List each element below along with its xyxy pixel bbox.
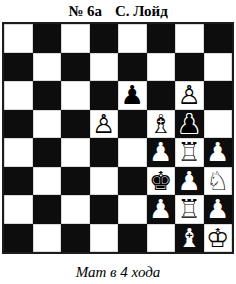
square-f3: ♚: [147, 167, 176, 196]
square-b3: [33, 167, 62, 196]
square-b6: [33, 81, 62, 110]
square-d3: [90, 167, 119, 196]
square-g2: ♖: [175, 195, 204, 224]
square-e7: [118, 53, 147, 82]
white-king: ♔: [206, 224, 229, 252]
white-pawn: ♙: [178, 81, 201, 109]
square-f8: [147, 24, 176, 53]
square-a2: [4, 195, 33, 224]
square-b8: [33, 24, 62, 53]
square-g8: [175, 24, 204, 53]
square-c2: [61, 195, 90, 224]
square-f5: ♗: [147, 110, 176, 139]
square-c5: [61, 110, 90, 139]
white-pawn: ♟: [206, 138, 229, 166]
white-pawn: ♟: [178, 167, 201, 195]
white-pawn: ♟: [206, 195, 229, 223]
square-h1: ♔: [204, 224, 233, 253]
square-g5: ♟: [175, 110, 204, 139]
square-f6: [147, 81, 176, 110]
square-h2: ♟: [204, 195, 233, 224]
square-c4: [61, 138, 90, 167]
board-frame: ♟♙♙♗♟♟♖♟♚♟♘♟♖♟♝♔: [2, 22, 234, 254]
square-e1: [118, 224, 147, 253]
square-a4: [4, 138, 33, 167]
diagram-header: № 6а С. Лойд: [0, 0, 236, 22]
square-b7: [33, 53, 62, 82]
white-knight: ♘: [206, 167, 229, 195]
square-d8: [90, 24, 119, 53]
white-pawn: ♟: [149, 138, 172, 166]
square-d7: [90, 53, 119, 82]
square-h6: [204, 81, 233, 110]
square-g3: ♟: [175, 167, 204, 196]
square-e5: [118, 110, 147, 139]
square-e2: [118, 195, 147, 224]
square-d2: [90, 195, 119, 224]
square-a3: [4, 167, 33, 196]
square-c6: [61, 81, 90, 110]
square-c3: [61, 167, 90, 196]
square-h5: [204, 110, 233, 139]
square-a6: [4, 81, 33, 110]
square-b1: [33, 224, 62, 253]
white-pawn: ♙: [92, 110, 115, 138]
square-h4: ♟: [204, 138, 233, 167]
square-f4: ♟: [147, 138, 176, 167]
stipulation-caption: Мат в 4 хода: [0, 260, 236, 284]
problem-number: № 6а: [68, 3, 102, 20]
square-h7: [204, 53, 233, 82]
square-e3: [118, 167, 147, 196]
square-c8: [61, 24, 90, 53]
white-rook: ♖: [178, 138, 201, 166]
white-bishop: ♗: [149, 110, 172, 138]
chess-problem-diagram: № 6а С. Лойд ♟♙♙♗♟♟♖♟♚♟♘♟♖♟♝♔ Мат в 4 хо…: [0, 0, 236, 284]
white-bishop: ♝: [178, 224, 201, 252]
square-g6: ♙: [175, 81, 204, 110]
square-f1: [147, 224, 176, 253]
square-h8: [204, 24, 233, 53]
square-a1: [4, 224, 33, 253]
square-g7: [175, 53, 204, 82]
black-king: ♚: [149, 167, 172, 195]
square-a8: [4, 24, 33, 53]
square-d1: [90, 224, 119, 253]
square-g1: ♝: [175, 224, 204, 253]
square-f2: ♟: [147, 195, 176, 224]
square-c1: [61, 224, 90, 253]
chess-board: ♟♙♙♗♟♟♖♟♚♟♘♟♖♟♝♔: [4, 24, 232, 252]
square-d6: [90, 81, 119, 110]
square-f7: [147, 53, 176, 82]
square-e8: [118, 24, 147, 53]
square-e6: ♟: [118, 81, 147, 110]
problem-author: С. Лойд: [115, 3, 168, 20]
square-c7: [61, 53, 90, 82]
square-b2: [33, 195, 62, 224]
square-a5: [4, 110, 33, 139]
square-a7: [4, 53, 33, 82]
square-b5: [33, 110, 62, 139]
black-pawn: ♟: [178, 110, 201, 138]
square-h3: ♘: [204, 167, 233, 196]
white-pawn: ♟: [149, 195, 172, 223]
white-rook: ♖: [178, 195, 201, 223]
square-e4: [118, 138, 147, 167]
square-d5: ♙: [90, 110, 119, 139]
black-pawn: ♟: [121, 81, 144, 109]
square-d4: [90, 138, 119, 167]
square-g4: ♖: [175, 138, 204, 167]
square-b4: [33, 138, 62, 167]
